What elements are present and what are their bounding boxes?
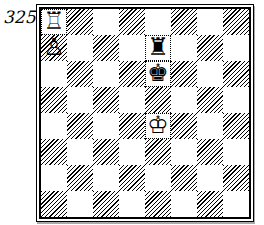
square-c5: [93, 87, 119, 113]
square-b8: [67, 9, 93, 35]
square-d7: [119, 35, 145, 61]
square-e4: ♔: [145, 113, 171, 139]
square-b5: [67, 87, 93, 113]
square-g5: [197, 87, 223, 113]
square-e7: ♜: [145, 35, 171, 61]
square-e6: ♚: [145, 61, 171, 87]
square-h5: [223, 87, 249, 113]
board-frame: ♖♙♜♚♔: [36, 4, 254, 222]
square-b3: [67, 139, 93, 165]
square-c3: [93, 139, 119, 165]
square-g6: [197, 61, 223, 87]
diagram-number: 325: [3, 7, 35, 27]
square-h8: [223, 9, 249, 35]
square-g1: [197, 191, 223, 217]
square-a6: [41, 61, 67, 87]
square-d6: [119, 61, 145, 87]
square-b1: [67, 191, 93, 217]
square-c8: [93, 9, 119, 35]
square-b4: [67, 113, 93, 139]
square-a7: ♙: [41, 35, 67, 61]
square-f6: [171, 61, 197, 87]
square-d8: [119, 9, 145, 35]
square-h3: [223, 139, 249, 165]
square-f1: [171, 191, 197, 217]
square-h6: [223, 61, 249, 87]
square-a8: ♖: [41, 9, 67, 35]
square-e5: [145, 87, 171, 113]
square-d3: [119, 139, 145, 165]
white-king: ♔: [147, 113, 169, 137]
white-pawn: ♙: [43, 35, 65, 59]
square-h4: [223, 113, 249, 139]
black-rook: ♜: [147, 35, 169, 59]
square-f7: [171, 35, 197, 61]
square-h7: [223, 35, 249, 61]
square-f2: [171, 165, 197, 191]
square-g3: [197, 139, 223, 165]
square-e3: [145, 139, 171, 165]
square-c4: [93, 113, 119, 139]
square-d4: [119, 113, 145, 139]
square-g4: [197, 113, 223, 139]
square-c2: [93, 165, 119, 191]
square-a3: [41, 139, 67, 165]
board-border: ♖♙♜♚♔: [39, 7, 251, 219]
square-g2: [197, 165, 223, 191]
square-f8: [171, 9, 197, 35]
square-d1: [119, 191, 145, 217]
square-c1: [93, 191, 119, 217]
square-e1: [145, 191, 171, 217]
square-c7: [93, 35, 119, 61]
square-f3: [171, 139, 197, 165]
black-king: ♚: [147, 61, 169, 85]
square-h1: [223, 191, 249, 217]
board: ♖♙♜♚♔: [41, 9, 249, 217]
square-b7: [67, 35, 93, 61]
square-a1: [41, 191, 67, 217]
square-e8: [145, 9, 171, 35]
white-rook: ♖: [43, 9, 65, 33]
square-g8: [197, 9, 223, 35]
square-f4: [171, 113, 197, 139]
square-e2: [145, 165, 171, 191]
square-a4: [41, 113, 67, 139]
square-d2: [119, 165, 145, 191]
square-c6: [93, 61, 119, 87]
square-b2: [67, 165, 93, 191]
square-b6: [67, 61, 93, 87]
square-h2: [223, 165, 249, 191]
square-d5: [119, 87, 145, 113]
square-f5: [171, 87, 197, 113]
square-g7: [197, 35, 223, 61]
square-a5: [41, 87, 67, 113]
square-a2: [41, 165, 67, 191]
